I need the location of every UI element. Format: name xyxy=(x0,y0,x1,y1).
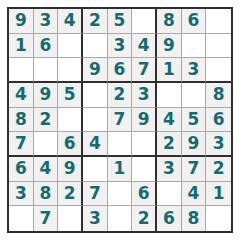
sudoku-cell[interactable] xyxy=(157,182,182,207)
sudoku-cell: 3 xyxy=(132,83,157,108)
sudoku-cell[interactable] xyxy=(83,83,108,108)
sudoku-cell[interactable] xyxy=(34,58,59,83)
sudoku-cell[interactable] xyxy=(132,157,157,182)
sudoku-cell: 7 xyxy=(108,108,133,133)
sudoku-cell[interactable] xyxy=(182,34,207,59)
sudoku-cell: 2 xyxy=(58,182,83,207)
sudoku-cell: 5 xyxy=(182,108,207,133)
sudoku-cell[interactable] xyxy=(108,206,133,231)
sudoku-cell: 6 xyxy=(34,34,59,59)
sudoku-cell: 8 xyxy=(182,206,207,231)
sudoku-cell[interactable] xyxy=(182,83,207,108)
sudoku-cell: 2 xyxy=(108,83,133,108)
sudoku-cell[interactable] xyxy=(108,132,133,157)
sudoku-cell: 8 xyxy=(157,9,182,34)
sudoku-cell[interactable] xyxy=(58,206,83,231)
sudoku-cell[interactable] xyxy=(34,132,59,157)
sudoku-cell: 6 xyxy=(132,182,157,207)
sudoku-cell[interactable] xyxy=(132,132,157,157)
sudoku-cell: 4 xyxy=(83,132,108,157)
sudoku-cell: 6 xyxy=(182,9,207,34)
sudoku-cell: 7 xyxy=(132,58,157,83)
sudoku-cell: 9 xyxy=(83,58,108,83)
sudoku-cell: 3 xyxy=(83,206,108,231)
sudoku-cell: 4 xyxy=(132,34,157,59)
sudoku-cell[interactable] xyxy=(206,34,231,59)
sudoku-cell: 2 xyxy=(157,132,182,157)
sudoku-cell[interactable] xyxy=(157,83,182,108)
sudoku-cell[interactable] xyxy=(58,58,83,83)
sudoku-cell: 1 xyxy=(206,182,231,207)
sudoku-cell: 6 xyxy=(58,132,83,157)
sudoku-cell: 6 xyxy=(108,58,133,83)
sudoku-cell[interactable] xyxy=(83,157,108,182)
sudoku-cell: 8 xyxy=(9,108,34,133)
sudoku-cell[interactable] xyxy=(83,34,108,59)
sudoku-cell: 4 xyxy=(58,9,83,34)
sudoku-cell[interactable] xyxy=(206,206,231,231)
sudoku-cell: 6 xyxy=(9,157,34,182)
sudoku-cell[interactable] xyxy=(206,58,231,83)
sudoku-cell: 9 xyxy=(182,132,207,157)
sudoku-cell: 2 xyxy=(206,157,231,182)
sudoku-cell[interactable] xyxy=(9,206,34,231)
sudoku-cell: 9 xyxy=(58,157,83,182)
sudoku-cell: 5 xyxy=(58,83,83,108)
sudoku-cell: 3 xyxy=(206,132,231,157)
sudoku-cell: 4 xyxy=(182,182,207,207)
sudoku-cell: 3 xyxy=(182,58,207,83)
sudoku-cell[interactable] xyxy=(206,9,231,34)
sudoku-cell: 1 xyxy=(108,157,133,182)
sudoku-cell: 2 xyxy=(83,9,108,34)
sudoku-cell[interactable] xyxy=(108,182,133,207)
sudoku-cell: 9 xyxy=(9,9,34,34)
sudoku-cell: 9 xyxy=(157,34,182,59)
sudoku-board: 9342586163499671349523882794567642936491… xyxy=(7,7,233,233)
sudoku-cell: 8 xyxy=(206,83,231,108)
sudoku-cell: 5 xyxy=(108,9,133,34)
sudoku-cell: 3 xyxy=(9,182,34,207)
sudoku-cell: 4 xyxy=(34,157,59,182)
sudoku-cell: 8 xyxy=(34,182,59,207)
sudoku-cell: 7 xyxy=(34,206,59,231)
sudoku-cell: 6 xyxy=(157,206,182,231)
sudoku-cell[interactable] xyxy=(9,58,34,83)
sudoku-cell[interactable] xyxy=(58,108,83,133)
sudoku-cell: 4 xyxy=(9,83,34,108)
sudoku-cell: 9 xyxy=(132,108,157,133)
sudoku-cell: 1 xyxy=(157,58,182,83)
sudoku-cell: 3 xyxy=(34,9,59,34)
sudoku-cell: 1 xyxy=(9,34,34,59)
sudoku-cell[interactable] xyxy=(132,9,157,34)
sudoku-cell: 7 xyxy=(182,157,207,182)
sudoku-cell: 4 xyxy=(157,108,182,133)
sudoku-cell: 3 xyxy=(157,157,182,182)
sudoku-cell: 2 xyxy=(34,108,59,133)
sudoku-cell: 2 xyxy=(132,206,157,231)
sudoku-cell: 3 xyxy=(108,34,133,59)
sudoku-cell: 7 xyxy=(9,132,34,157)
sudoku-cell: 6 xyxy=(206,108,231,133)
sudoku-cell[interactable] xyxy=(83,108,108,133)
sudoku-cell: 9 xyxy=(34,83,59,108)
sudoku-cell[interactable] xyxy=(58,34,83,59)
sudoku-cell: 7 xyxy=(83,182,108,207)
